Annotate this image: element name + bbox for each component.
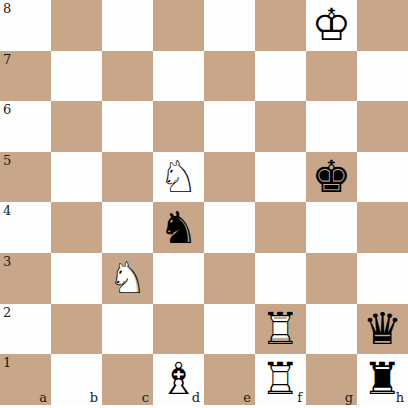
square-h3[interactable] — [357, 253, 408, 304]
square-g1[interactable]: g — [306, 354, 357, 405]
square-d8[interactable] — [153, 0, 204, 51]
square-a6[interactable]: 6 — [0, 101, 51, 152]
square-f3[interactable] — [255, 253, 306, 304]
square-f8[interactable] — [255, 0, 306, 51]
black-queen[interactable]: ♛ — [359, 305, 407, 353]
black-rook-glyph: ♜ — [359, 355, 407, 403]
square-f4[interactable] — [255, 202, 306, 253]
white-bishop[interactable]: ♝♗ — [155, 355, 203, 403]
square-c2[interactable] — [102, 304, 153, 355]
square-b1[interactable]: b — [51, 354, 102, 405]
black-king[interactable]: ♚ — [308, 153, 356, 201]
white-knight-outline: ♘ — [104, 254, 152, 302]
white-king[interactable]: ♚♔ — [308, 1, 356, 49]
square-e2[interactable] — [204, 304, 255, 355]
square-c3[interactable]: ♞♘ — [102, 253, 153, 304]
black-knight-glyph: ♞ — [155, 204, 203, 252]
square-h4[interactable] — [357, 202, 408, 253]
square-h1[interactable]: h♜ — [357, 354, 408, 405]
rank-label-4: 4 — [3, 204, 11, 217]
square-g7[interactable] — [306, 51, 357, 102]
square-c7[interactable] — [102, 51, 153, 102]
square-e8[interactable] — [204, 0, 255, 51]
square-e6[interactable] — [204, 101, 255, 152]
square-g5[interactable]: ♚ — [306, 152, 357, 203]
square-f6[interactable] — [255, 101, 306, 152]
file-label-e: e — [243, 391, 251, 404]
square-c6[interactable] — [102, 101, 153, 152]
square-b7[interactable] — [51, 51, 102, 102]
black-king-glyph: ♚ — [308, 153, 356, 201]
rank-label-2: 2 — [3, 306, 11, 319]
square-a4[interactable]: 4 — [0, 202, 51, 253]
square-c8[interactable] — [102, 0, 153, 51]
square-a8[interactable]: 8 — [0, 0, 51, 51]
square-h8[interactable] — [357, 0, 408, 51]
square-c5[interactable] — [102, 152, 153, 203]
square-a2[interactable]: 2 — [0, 304, 51, 355]
square-h2[interactable]: ♛ — [357, 304, 408, 355]
square-f7[interactable] — [255, 51, 306, 102]
square-f1[interactable]: f♜♖ — [255, 354, 306, 405]
square-h6[interactable] — [357, 101, 408, 152]
square-e3[interactable] — [204, 253, 255, 304]
rank-label-8: 8 — [3, 2, 11, 15]
square-d1[interactable]: d♝♗ — [153, 354, 204, 405]
square-a3[interactable]: 3 — [0, 253, 51, 304]
square-f5[interactable] — [255, 152, 306, 203]
square-f2[interactable]: ♜♖ — [255, 304, 306, 355]
square-g6[interactable] — [306, 101, 357, 152]
square-b4[interactable] — [51, 202, 102, 253]
square-d4[interactable]: ♞ — [153, 202, 204, 253]
file-label-a: a — [39, 391, 47, 404]
square-d7[interactable] — [153, 51, 204, 102]
white-knight[interactable]: ♞♘ — [104, 254, 152, 302]
square-g3[interactable] — [306, 253, 357, 304]
square-a7[interactable]: 7 — [0, 51, 51, 102]
file-label-c: c — [142, 391, 149, 404]
square-b3[interactable] — [51, 253, 102, 304]
square-b8[interactable] — [51, 0, 102, 51]
white-rook[interactable]: ♜♖ — [257, 355, 305, 403]
white-rook-outline: ♖ — [257, 355, 305, 403]
square-h7[interactable] — [357, 51, 408, 102]
file-label-g: g — [345, 391, 353, 404]
black-rook[interactable]: ♜ — [359, 355, 407, 403]
rank-label-7: 7 — [3, 53, 11, 66]
white-bishop-outline: ♗ — [155, 355, 203, 403]
square-d3[interactable] — [153, 253, 204, 304]
square-a1[interactable]: 1a — [0, 354, 51, 405]
square-e7[interactable] — [204, 51, 255, 102]
rank-label-3: 3 — [3, 255, 11, 268]
white-knight-outline: ♘ — [155, 153, 203, 201]
square-b2[interactable] — [51, 304, 102, 355]
white-rook-outline: ♖ — [257, 305, 305, 353]
square-g2[interactable] — [306, 304, 357, 355]
square-c4[interactable] — [102, 202, 153, 253]
black-queen-glyph: ♛ — [359, 305, 407, 353]
square-d6[interactable] — [153, 101, 204, 152]
square-e1[interactable]: e — [204, 354, 255, 405]
white-rook[interactable]: ♜♖ — [257, 305, 305, 353]
square-b5[interactable] — [51, 152, 102, 203]
square-h5[interactable] — [357, 152, 408, 203]
square-b6[interactable] — [51, 101, 102, 152]
square-g4[interactable] — [306, 202, 357, 253]
file-label-b: b — [90, 391, 98, 404]
square-g8[interactable]: ♚♔ — [306, 0, 357, 51]
rank-label-1: 1 — [3, 356, 11, 369]
white-king-outline: ♔ — [308, 1, 356, 49]
chess-board: 8♚♔765♞♘♚4♞3♞♘2♜♖♛1abcd♝♗ef♜♖gh♜ — [0, 0, 408, 405]
square-c1[interactable]: c — [102, 354, 153, 405]
square-d5[interactable]: ♞♘ — [153, 152, 204, 203]
square-e4[interactable] — [204, 202, 255, 253]
square-d2[interactable] — [153, 304, 204, 355]
square-e5[interactable] — [204, 152, 255, 203]
white-knight[interactable]: ♞♘ — [155, 153, 203, 201]
rank-label-5: 5 — [3, 154, 11, 167]
rank-label-6: 6 — [3, 103, 11, 116]
square-a5[interactable]: 5 — [0, 152, 51, 203]
black-knight[interactable]: ♞ — [155, 204, 203, 252]
